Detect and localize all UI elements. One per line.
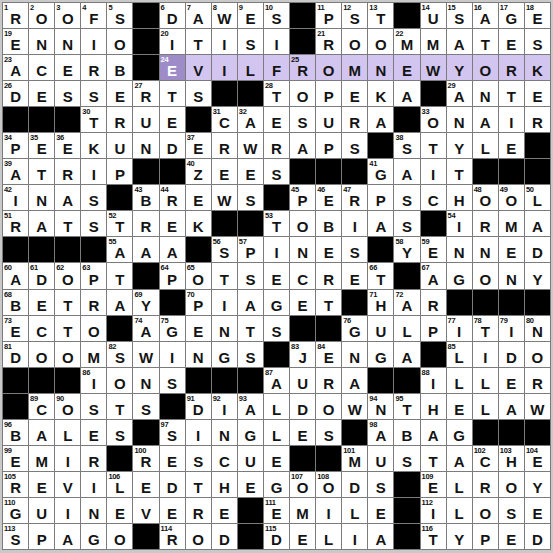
cell-r1c10[interactable]: 9E (238, 3, 263, 28)
cell-r13c14[interactable]: 76G (342, 316, 367, 341)
cell-r20c1[interactable]: 110G (3, 498, 28, 523)
cell-r19c19[interactable]: R (473, 472, 498, 497)
cell-r12c8[interactable]: 70P (186, 290, 211, 315)
cell-r19c2[interactable]: E (29, 472, 54, 497)
cell-r12c3[interactable]: T (55, 290, 80, 315)
cell-r7c2[interactable]: T (29, 159, 54, 184)
cell-r18c14[interactable]: 101M (342, 446, 367, 471)
cell-r10c17[interactable]: 59E (421, 237, 446, 262)
cell-r18c4[interactable]: R (81, 446, 106, 471)
cell-r3c18[interactable]: Y (447, 55, 472, 80)
cell-r8c19[interactable]: 48O (473, 185, 498, 210)
cell-r6c3[interactable]: 36E (55, 133, 80, 158)
cell-r13c11[interactable]: S (264, 316, 289, 341)
cell-r12c1[interactable]: 68B (3, 290, 28, 315)
cell-r13c9[interactable]: N (212, 316, 237, 341)
cell-r16c9[interactable]: 92I (212, 394, 237, 419)
cell-r3c13[interactable]: O (316, 55, 341, 80)
cell-r5c10[interactable]: 32A (238, 107, 263, 132)
cell-r14c5[interactable]: 82S (107, 342, 132, 367)
cell-r11c19[interactable]: O (473, 263, 498, 288)
cell-r10c5[interactable]: 55A (107, 237, 132, 262)
cell-r2c21[interactable]: S (525, 29, 550, 54)
cell-r16c12[interactable]: D (290, 394, 315, 419)
cell-r16c8[interactable]: 91D (186, 394, 211, 419)
cell-r10c14[interactable]: S (342, 237, 367, 262)
cell-r16c5[interactable]: T (107, 394, 132, 419)
cell-r15c13[interactable]: R (316, 368, 341, 393)
cell-r9c6[interactable]: R (133, 211, 158, 236)
cell-r19c7[interactable]: D (160, 472, 185, 497)
cell-r4c8[interactable]: S (186, 81, 211, 106)
cell-r18c1[interactable]: 99E (3, 446, 28, 471)
cell-r4c3[interactable]: S (55, 81, 80, 106)
cell-r18c10[interactable]: U (238, 446, 263, 471)
cell-r20c3[interactable]: I (55, 498, 80, 523)
cell-r15c21[interactable]: R (525, 368, 550, 393)
cell-r21c1[interactable]: 113S (3, 524, 28, 549)
cell-r11c3[interactable]: 62O (55, 263, 80, 288)
cell-r19c13[interactable]: 108O (316, 472, 341, 497)
cell-r8c16[interactable]: S (394, 185, 419, 210)
cell-r5c18[interactable]: N (447, 107, 472, 132)
cell-r12c10[interactable]: A (238, 290, 263, 315)
cell-r14c16[interactable]: A (394, 342, 419, 367)
cell-r6c6[interactable]: N (133, 133, 158, 158)
cell-r12c13[interactable]: T (316, 290, 341, 315)
cell-r4c15[interactable]: K (368, 81, 393, 106)
cell-r17c1[interactable]: 96B (3, 420, 28, 445)
cell-r10c12[interactable]: N (290, 237, 315, 262)
cell-r6c4[interactable]: K (81, 133, 106, 158)
cell-r11c1[interactable]: 60A (3, 263, 28, 288)
cell-r18c11[interactable]: E (264, 446, 289, 471)
cell-r5c6[interactable]: U (133, 107, 158, 132)
cell-r2c2[interactable]: N (29, 29, 54, 54)
cell-r11c14[interactable]: E (342, 263, 367, 288)
cell-r1c1[interactable]: 1R (3, 3, 28, 28)
cell-r16c15[interactable]: 94N (368, 394, 393, 419)
cell-r3c14[interactable]: M (342, 55, 367, 80)
cell-r17c2[interactable]: A (29, 420, 54, 445)
cell-r13c21[interactable]: 80N (525, 316, 550, 341)
cell-r13c8[interactable]: E (186, 316, 211, 341)
cell-r17c11[interactable]: L (264, 420, 289, 445)
cell-r20c12[interactable]: M (290, 498, 315, 523)
cell-r11c8[interactable]: 65O (186, 263, 211, 288)
cell-r18c3[interactable]: I (55, 446, 80, 471)
cell-r9c5[interactable]: 52T (107, 211, 132, 236)
cell-r16c2[interactable]: 89C (29, 394, 54, 419)
cell-r21c7[interactable]: 114R (160, 524, 185, 549)
cell-r20c9[interactable]: E (212, 498, 237, 523)
cell-r10c20[interactable]: E (499, 237, 524, 262)
cell-r19c14[interactable]: D (342, 472, 367, 497)
cell-r21c19[interactable]: P (473, 524, 498, 549)
cell-r21c11[interactable]: 115D (264, 524, 289, 549)
cell-r10c9[interactable]: 56S (212, 237, 237, 262)
cell-r4c18[interactable]: 29A (447, 81, 472, 106)
cell-r3c20[interactable]: R (499, 55, 524, 80)
cell-r19c9[interactable]: H (212, 472, 237, 497)
cell-r8c13[interactable]: 46E (316, 185, 341, 210)
cell-r4c20[interactable]: T (499, 81, 524, 106)
cell-r6c10[interactable]: W (238, 133, 263, 158)
cell-r14c2[interactable]: O (29, 342, 54, 367)
cell-r7c9[interactable]: E (212, 159, 237, 184)
cell-r16c21[interactable]: W (525, 394, 550, 419)
cell-r5c13[interactable]: U (316, 107, 341, 132)
cell-r18c6[interactable]: 100R (133, 446, 158, 471)
cell-r15c18[interactable]: L (447, 368, 472, 393)
cell-r14c19[interactable]: I (473, 342, 498, 367)
cell-r20c6[interactable]: V (133, 498, 158, 523)
cell-r11c11[interactable]: E (264, 263, 289, 288)
cell-r13c17[interactable]: P (421, 316, 446, 341)
cell-r16c20[interactable]: A (499, 394, 524, 419)
cell-r14c7[interactable]: I (160, 342, 185, 367)
cell-r9c18[interactable]: 54I (447, 211, 472, 236)
cell-r19c11[interactable]: G (264, 472, 289, 497)
cell-r2c1[interactable]: 19E (3, 29, 28, 54)
cell-r16c13[interactable]: O (316, 394, 341, 419)
cell-r18c16[interactable]: S (394, 446, 419, 471)
cell-r6c9[interactable]: R (212, 133, 237, 158)
cell-r6c18[interactable]: Y (447, 133, 472, 158)
cell-r7c10[interactable]: E (238, 159, 263, 184)
cell-r2c19[interactable]: T (473, 29, 498, 54)
cell-r20c8[interactable]: R (186, 498, 211, 523)
cell-r11c9[interactable]: T (212, 263, 237, 288)
cell-r1c14[interactable]: 12S (342, 3, 367, 28)
cell-r15c4[interactable]: 86I (81, 368, 106, 393)
cell-r20c17[interactable]: 112I (421, 498, 446, 523)
cell-r15c5[interactable]: O (107, 368, 132, 393)
cell-r1c20[interactable]: 17G (499, 3, 524, 28)
cell-r9c20[interactable]: M (499, 211, 524, 236)
cell-r19c10[interactable]: E (238, 472, 263, 497)
cell-r9c3[interactable]: T (55, 211, 80, 236)
cell-r8c1[interactable]: 42I (3, 185, 28, 210)
cell-r21c13[interactable]: L (316, 524, 341, 549)
cell-r8c3[interactable]: A (55, 185, 80, 210)
cell-r8c15[interactable]: P (368, 185, 393, 210)
cell-r6c12[interactable]: A (290, 133, 315, 158)
cell-r16c18[interactable]: E (447, 394, 472, 419)
cell-r5c9[interactable]: 31C (212, 107, 237, 132)
cell-r21c2[interactable]: P (29, 524, 54, 549)
cell-r4c1[interactable]: 26D (3, 81, 28, 106)
cell-r9c2[interactable]: A (29, 211, 54, 236)
cell-r6c14[interactable]: S (342, 133, 367, 158)
cell-r10c19[interactable]: N (473, 237, 498, 262)
cell-r11c21[interactable]: Y (525, 263, 550, 288)
cell-r4c12[interactable]: O (290, 81, 315, 106)
cell-r2c16[interactable]: 22M (394, 29, 419, 54)
cell-r18c15[interactable]: U (368, 446, 393, 471)
cell-r2c9[interactable]: I (212, 29, 237, 54)
cell-r17c5[interactable]: S (107, 420, 132, 445)
cell-r15c17[interactable]: 88I (421, 368, 446, 393)
cell-r17c10[interactable]: G (238, 420, 263, 445)
cell-r14c6[interactable]: W (133, 342, 158, 367)
cell-r10c13[interactable]: E (316, 237, 341, 262)
cell-r11c5[interactable]: T (107, 263, 132, 288)
cell-r7c1[interactable]: 39A (3, 159, 28, 184)
cell-r3c9[interactable]: I (212, 55, 237, 80)
cell-r10c18[interactable]: N (447, 237, 472, 262)
cell-r3c10[interactable]: L (238, 55, 263, 80)
cell-r4c21[interactable]: E (525, 81, 550, 106)
cell-r9c1[interactable]: 51R (3, 211, 28, 236)
cell-r6c5[interactable]: U (107, 133, 132, 158)
cell-r12c5[interactable]: A (107, 290, 132, 315)
cell-r19c8[interactable]: T (186, 472, 211, 497)
cell-r13c3[interactable]: T (55, 316, 80, 341)
cell-r1c21[interactable]: 18E (525, 3, 550, 28)
cell-r17c12[interactable]: E (290, 420, 315, 445)
cell-r15c19[interactable]: L (473, 368, 498, 393)
cell-r16c11[interactable]: L (264, 394, 289, 419)
cell-r7c4[interactable]: I (81, 159, 106, 184)
cell-r1c7[interactable]: 6D (160, 3, 185, 28)
cell-r4c2[interactable]: E (29, 81, 54, 106)
cell-r5c21[interactable]: R (525, 107, 550, 132)
cell-r20c19[interactable]: O (473, 498, 498, 523)
cell-r2c5[interactable]: O (107, 29, 132, 54)
cell-r18c7[interactable]: E (160, 446, 185, 471)
cell-r17c4[interactable]: E (81, 420, 106, 445)
cell-r21c3[interactable]: A (55, 524, 80, 549)
cell-r17c3[interactable]: L (55, 420, 80, 445)
cell-r2c7[interactable]: 20I (160, 29, 185, 54)
cell-r20c21[interactable]: E (525, 498, 550, 523)
cell-r19c4[interactable]: I (81, 472, 106, 497)
cell-r10c10[interactable]: 57P (238, 237, 263, 262)
cell-r13c6[interactable]: 74A (133, 316, 158, 341)
cell-r6c11[interactable]: R (264, 133, 289, 158)
cell-r13c18[interactable]: 77I (447, 316, 472, 341)
cell-r19c21[interactable]: Y (525, 472, 550, 497)
cell-r3c12[interactable]: 25R (290, 55, 315, 80)
cell-r5c19[interactable]: A (473, 107, 498, 132)
cell-r14c3[interactable]: O (55, 342, 80, 367)
cell-r11c7[interactable]: 64P (160, 263, 185, 288)
cell-r11c17[interactable]: 67A (421, 263, 446, 288)
cell-r21c4[interactable]: G (81, 524, 106, 549)
cell-r5c4[interactable]: 30T (81, 107, 106, 132)
cell-r14c15[interactable]: G (368, 342, 393, 367)
cell-r16c16[interactable]: 95T (394, 394, 419, 419)
cell-r18c8[interactable]: S (186, 446, 211, 471)
cell-r4c6[interactable]: 27R (133, 81, 158, 106)
cell-r8c9[interactable]: W (212, 185, 237, 210)
cell-r21c9[interactable]: D (212, 524, 237, 549)
cell-r9c11[interactable]: 53T (264, 211, 289, 236)
cell-r6c13[interactable]: P (316, 133, 341, 158)
cell-r14c9[interactable]: G (212, 342, 237, 367)
cell-r13c16[interactable]: L (394, 316, 419, 341)
cell-r5c17[interactable]: 33O (421, 107, 446, 132)
cell-r1c11[interactable]: 10S (264, 3, 289, 28)
cell-r6c1[interactable]: 34P (3, 133, 28, 158)
cell-r20c15[interactable]: E (368, 498, 393, 523)
cell-r1c18[interactable]: 15S (447, 3, 472, 28)
cell-r8c10[interactable]: S (238, 185, 263, 210)
cell-r9c7[interactable]: E (160, 211, 185, 236)
cell-r9c21[interactable]: A (525, 211, 550, 236)
cell-r18c19[interactable]: 102C (473, 446, 498, 471)
cell-r19c18[interactable]: L (447, 472, 472, 497)
cell-r7c17[interactable]: I (421, 159, 446, 184)
cell-r21c8[interactable]: O (186, 524, 211, 549)
cell-r6c19[interactable]: L (473, 133, 498, 158)
cell-r19c6[interactable]: E (133, 472, 158, 497)
cell-r6c20[interactable]: E (499, 133, 524, 158)
cell-r21c21[interactable]: D (525, 524, 550, 549)
cell-r12c17[interactable]: R (421, 290, 446, 315)
cell-r20c13[interactable]: I (316, 498, 341, 523)
cell-r4c19[interactable]: N (473, 81, 498, 106)
cell-r3c4[interactable]: R (81, 55, 106, 80)
cell-r9c4[interactable]: S (81, 211, 106, 236)
cell-r17c9[interactable]: N (212, 420, 237, 445)
cell-r12c11[interactable]: G (264, 290, 289, 315)
cell-r10c16[interactable]: 58Y (394, 237, 419, 262)
cell-r12c4[interactable]: R (81, 290, 106, 315)
cell-r4c13[interactable]: P (316, 81, 341, 106)
cell-r8c6[interactable]: 43B (133, 185, 158, 210)
cell-r16c6[interactable]: S (133, 394, 158, 419)
cell-r3c7[interactable]: 24E (160, 55, 185, 80)
cell-r21c18[interactable]: Y (447, 524, 472, 549)
cell-r8c21[interactable]: 50L (525, 185, 550, 210)
cell-r9c16[interactable]: S (394, 211, 419, 236)
cell-r9c19[interactable]: R (473, 211, 498, 236)
cell-r12c16[interactable]: 72A (394, 290, 419, 315)
cell-r3c2[interactable]: C (29, 55, 54, 80)
cell-r9c15[interactable]: A (368, 211, 393, 236)
cell-r12c2[interactable]: E (29, 290, 54, 315)
cell-r8c2[interactable]: N (29, 185, 54, 210)
cell-r11c18[interactable]: G (447, 263, 472, 288)
cell-r16c19[interactable]: L (473, 394, 498, 419)
cell-r17c17[interactable]: A (421, 420, 446, 445)
cell-r8c17[interactable]: C (421, 185, 446, 210)
cell-r14c8[interactable]: N (186, 342, 211, 367)
cell-r17c7[interactable]: 97S (160, 420, 185, 445)
cell-r7c18[interactable]: T (447, 159, 472, 184)
cell-r14c4[interactable]: M (81, 342, 106, 367)
cell-r17c18[interactable]: G (447, 420, 472, 445)
cell-r13c7[interactable]: 75G (160, 316, 185, 341)
cell-r7c3[interactable]: R (55, 159, 80, 184)
cell-r8c7[interactable]: 44R (160, 185, 185, 210)
cell-r18c21[interactable]: 104E (525, 446, 550, 471)
cell-r11c12[interactable]: C (290, 263, 315, 288)
cell-r8c14[interactable]: 47R (342, 185, 367, 210)
cell-r17c13[interactable]: S (316, 420, 341, 445)
cell-r20c7[interactable]: E (160, 498, 185, 523)
cell-r3c21[interactable]: K (525, 55, 550, 80)
cell-r2c8[interactable]: T (186, 29, 211, 54)
cell-r13c19[interactable]: 78T (473, 316, 498, 341)
cell-r10c6[interactable]: A (133, 237, 158, 262)
cell-r20c14[interactable]: L (342, 498, 367, 523)
cell-r8c12[interactable]: 45P (290, 185, 315, 210)
cell-r19c3[interactable]: V (55, 472, 80, 497)
cell-r10c7[interactable]: A (160, 237, 185, 262)
cell-r21c14[interactable]: I (342, 524, 367, 549)
cell-r21c12[interactable]: E (290, 524, 315, 549)
cell-r15c14[interactable]: A (342, 368, 367, 393)
cell-r8c20[interactable]: 49O (499, 185, 524, 210)
cell-r1c9[interactable]: 8W (212, 3, 237, 28)
cell-r8c8[interactable]: E (186, 185, 211, 210)
cell-r15c7[interactable]: S (160, 368, 185, 393)
cell-r2c13[interactable]: 21R (316, 29, 341, 54)
cell-r3c11[interactable]: F (264, 55, 289, 80)
cell-r12c9[interactable]: I (212, 290, 237, 315)
cell-r9c8[interactable]: K (186, 211, 211, 236)
cell-r5c15[interactable]: A (368, 107, 393, 132)
cell-r11c4[interactable]: 63P (81, 263, 106, 288)
cell-r13c20[interactable]: 79I (499, 316, 524, 341)
cell-r3c17[interactable]: W (421, 55, 446, 80)
cell-r13c4[interactable]: O (81, 316, 106, 341)
cell-r17c15[interactable]: 98A (368, 420, 393, 445)
cell-r7c15[interactable]: 41G (368, 159, 393, 184)
cell-r21c17[interactable]: 116T (421, 524, 446, 549)
cell-r19c17[interactable]: 109E (421, 472, 446, 497)
cell-r14c1[interactable]: 81D (3, 342, 28, 367)
cell-r3c16[interactable]: E (394, 55, 419, 80)
cell-r4c7[interactable]: T (160, 81, 185, 106)
cell-r20c20[interactable]: S (499, 498, 524, 523)
cell-r1c19[interactable]: 16A (473, 3, 498, 28)
cell-r12c15[interactable]: 71H (368, 290, 393, 315)
cell-r12c6[interactable]: 69Y (133, 290, 158, 315)
cell-r8c4[interactable]: S (81, 185, 106, 210)
cell-r21c5[interactable]: O (107, 524, 132, 549)
cell-r2c4[interactable]: I (81, 29, 106, 54)
cell-r4c16[interactable]: A (394, 81, 419, 106)
cell-r14c10[interactable]: S (238, 342, 263, 367)
cell-r7c5[interactable]: P (107, 159, 132, 184)
cell-r3c15[interactable]: N (368, 55, 393, 80)
cell-r20c2[interactable]: U (29, 498, 54, 523)
cell-r11c13[interactable]: R (316, 263, 341, 288)
cell-r10c11[interactable]: I (264, 237, 289, 262)
cell-r17c8[interactable]: I (186, 420, 211, 445)
cell-r20c5[interactable]: E (107, 498, 132, 523)
cell-r4c14[interactable]: E (342, 81, 367, 106)
cell-r1c15[interactable]: 13T (368, 3, 393, 28)
cell-r18c17[interactable]: T (421, 446, 446, 471)
cell-r15c6[interactable]: N (133, 368, 158, 393)
cell-r15c11[interactable]: 87A (264, 368, 289, 393)
cell-r14c12[interactable]: 83J (290, 342, 315, 367)
cell-r1c13[interactable]: 11P (316, 3, 341, 28)
cell-r3c1[interactable]: 23A (3, 55, 28, 80)
cell-r16c4[interactable]: S (81, 394, 106, 419)
cell-r19c20[interactable]: O (499, 472, 524, 497)
cell-r6c7[interactable]: D (160, 133, 185, 158)
cell-r18c2[interactable]: M (29, 446, 54, 471)
cell-r19c1[interactable]: 105R (3, 472, 28, 497)
cell-r5c7[interactable]: E (160, 107, 185, 132)
cell-r2c11[interactable]: I (264, 29, 289, 54)
